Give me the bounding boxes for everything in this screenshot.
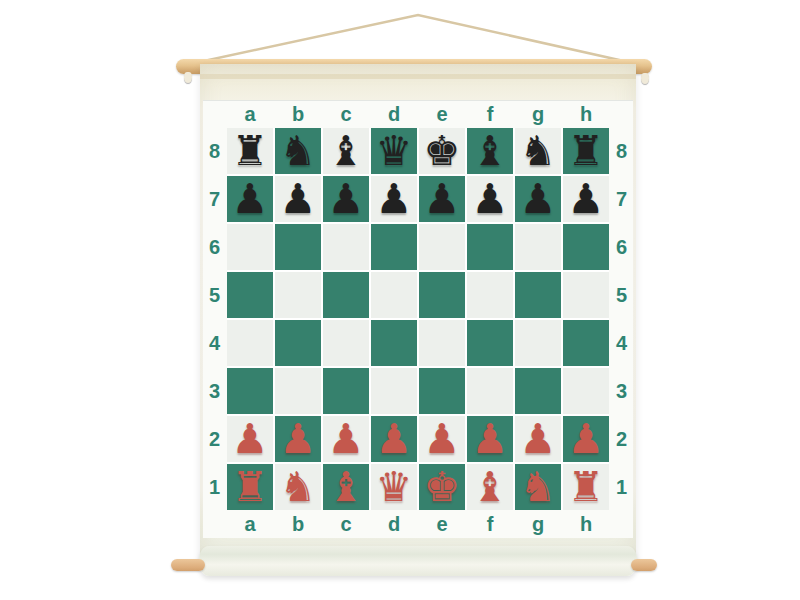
square-g3[interactable] — [515, 368, 561, 414]
square-c2[interactable]: ♟ — [323, 416, 369, 462]
file-label-f-top: f — [467, 101, 513, 127]
rank-label-1-right: 1 — [610, 464, 633, 510]
square-g4[interactable] — [515, 320, 561, 366]
square-a2[interactable]: ♟ — [227, 416, 273, 462]
piece-black-pawn-h7[interactable]: ♟ — [568, 176, 605, 222]
rank-label-2-left: 2 — [203, 416, 226, 462]
piece-black-pawn-a7[interactable]: ♟ — [232, 176, 269, 222]
square-d2[interactable]: ♟ — [371, 416, 417, 462]
banner-top-fold — [200, 74, 636, 79]
square-e2[interactable]: ♟ — [419, 416, 465, 462]
file-label-f-bottom: f — [467, 511, 513, 537]
square-b4[interactable] — [275, 320, 321, 366]
piece-red-pawn-f2[interactable]: ♟ — [472, 416, 509, 462]
file-label-h-top: h — [563, 101, 609, 127]
piece-black-knight-b8[interactable]: ♞ — [280, 128, 317, 174]
rank-label-6-right: 6 — [610, 224, 633, 270]
square-a4[interactable] — [227, 320, 273, 366]
square-a1[interactable]: ♜ — [227, 464, 273, 510]
file-label-a-bottom: a — [227, 511, 273, 537]
square-b3[interactable] — [275, 368, 321, 414]
square-g5[interactable] — [515, 272, 561, 318]
piece-black-rook-h8[interactable]: ♜ — [568, 128, 605, 174]
square-h7[interactable]: ♟ — [563, 176, 609, 222]
square-d7[interactable]: ♟ — [371, 176, 417, 222]
piece-red-pawn-h2[interactable]: ♟ — [568, 416, 605, 462]
square-h4[interactable] — [563, 320, 609, 366]
square-f4[interactable] — [467, 320, 513, 366]
rank-label-1-left: 1 — [203, 464, 226, 510]
square-a7[interactable]: ♟ — [227, 176, 273, 222]
square-f8[interactable]: ♝ — [467, 128, 513, 174]
square-c8[interactable]: ♝ — [323, 128, 369, 174]
rank-label-4-right: 4 — [610, 320, 633, 366]
square-g1[interactable]: ♞ — [515, 464, 561, 510]
square-h3[interactable] — [563, 368, 609, 414]
file-label-b-top: b — [275, 101, 321, 127]
piece-red-pawn-c2[interactable]: ♟ — [328, 416, 365, 462]
square-h2[interactable]: ♟ — [563, 416, 609, 462]
chess-board: ♜♞♝♛♚♝♞♜♟♟♟♟♟♟♟♟♟♟♟♟♟♟♟♟♜♞♝♛♚♝♞♜ — [227, 128, 609, 510]
rank-label-3-left: 3 — [203, 368, 226, 414]
file-label-b-bottom: b — [275, 511, 321, 537]
square-c1[interactable]: ♝ — [323, 464, 369, 510]
square-f1[interactable]: ♝ — [467, 464, 513, 510]
demonstration-chess-banner: abcdefgh 87654321 87654321 abcdefgh ♜♞♝♛… — [0, 0, 800, 600]
square-g2[interactable]: ♟ — [515, 416, 561, 462]
piece-black-rook-a8[interactable]: ♜ — [232, 128, 269, 174]
file-label-d-top: d — [371, 101, 417, 127]
piece-black-pawn-c7[interactable]: ♟ — [328, 176, 365, 222]
square-a3[interactable] — [227, 368, 273, 414]
square-b6[interactable] — [275, 224, 321, 270]
piece-red-pawn-b2[interactable]: ♟ — [280, 416, 317, 462]
rank-label-5-left: 5 — [203, 272, 226, 318]
square-h5[interactable] — [563, 272, 609, 318]
piece-red-pawn-d2[interactable]: ♟ — [376, 416, 413, 462]
piece-black-pawn-g7[interactable]: ♟ — [520, 176, 557, 222]
square-a8[interactable]: ♜ — [227, 128, 273, 174]
square-c3[interactable] — [323, 368, 369, 414]
file-label-g-top: g — [515, 101, 561, 127]
rank-label-4-left: 4 — [203, 320, 226, 366]
rank-labels-right: 87654321 — [610, 128, 633, 510]
piece-black-knight-g8[interactable]: ♞ — [520, 128, 557, 174]
file-label-g-bottom: g — [515, 511, 561, 537]
piece-red-king-e1[interactable]: ♚ — [424, 464, 461, 510]
rank-label-5-right: 5 — [610, 272, 633, 318]
file-label-a-top: a — [227, 101, 273, 127]
square-h1[interactable]: ♜ — [563, 464, 609, 510]
piece-red-bishop-c1[interactable]: ♝ — [328, 464, 365, 510]
square-e5[interactable] — [419, 272, 465, 318]
square-a6[interactable] — [227, 224, 273, 270]
piece-red-knight-g1[interactable]: ♞ — [520, 464, 557, 510]
piece-black-pawn-e7[interactable]: ♟ — [424, 176, 461, 222]
square-f3[interactable] — [467, 368, 513, 414]
square-f6[interactable] — [467, 224, 513, 270]
square-c7[interactable]: ♟ — [323, 176, 369, 222]
square-e3[interactable] — [419, 368, 465, 414]
square-a5[interactable] — [227, 272, 273, 318]
left-string-knob — [184, 72, 192, 83]
piece-red-queen-d1[interactable]: ♛ — [376, 464, 413, 510]
file-label-c-bottom: c — [323, 511, 369, 537]
square-d4[interactable] — [371, 320, 417, 366]
bottom-roll-pocket — [199, 546, 637, 576]
piece-black-pawn-d7[interactable]: ♟ — [376, 176, 413, 222]
square-d1[interactable]: ♛ — [371, 464, 417, 510]
piece-black-bishop-c8[interactable]: ♝ — [328, 128, 365, 174]
file-label-h-bottom: h — [563, 511, 609, 537]
square-h8[interactable]: ♜ — [563, 128, 609, 174]
square-c6[interactable] — [323, 224, 369, 270]
square-b5[interactable] — [275, 272, 321, 318]
piece-black-pawn-b7[interactable]: ♟ — [280, 176, 317, 222]
file-labels-top: abcdefgh — [227, 101, 609, 127]
rank-label-8-right: 8 — [610, 128, 633, 174]
square-f2[interactable]: ♟ — [467, 416, 513, 462]
piece-red-pawn-g2[interactable]: ♟ — [520, 416, 557, 462]
piece-black-king-e8[interactable]: ♚ — [424, 128, 461, 174]
file-label-c-top: c — [323, 101, 369, 127]
square-e7[interactable]: ♟ — [419, 176, 465, 222]
piece-red-pawn-e2[interactable]: ♟ — [424, 416, 461, 462]
square-e8[interactable]: ♚ — [419, 128, 465, 174]
square-b2[interactable]: ♟ — [275, 416, 321, 462]
rank-labels-left: 87654321 — [203, 128, 226, 510]
square-c4[interactable] — [323, 320, 369, 366]
square-b1[interactable]: ♞ — [275, 464, 321, 510]
square-g8[interactable]: ♞ — [515, 128, 561, 174]
piece-red-knight-b1[interactable]: ♞ — [280, 464, 317, 510]
bottom-dowel-right-end — [631, 559, 657, 571]
file-labels-bottom: abcdefgh — [227, 511, 609, 537]
square-e1[interactable]: ♚ — [419, 464, 465, 510]
piece-red-rook-h1[interactable]: ♜ — [568, 464, 605, 510]
file-label-e-top: e — [419, 101, 465, 127]
rank-label-3-right: 3 — [610, 368, 633, 414]
square-d8[interactable]: ♛ — [371, 128, 417, 174]
rank-label-6-left: 6 — [203, 224, 226, 270]
square-b8[interactable]: ♞ — [275, 128, 321, 174]
square-c5[interactable] — [323, 272, 369, 318]
file-label-d-bottom: d — [371, 511, 417, 537]
square-f7[interactable]: ♟ — [467, 176, 513, 222]
piece-red-rook-a1[interactable]: ♜ — [232, 464, 269, 510]
square-e4[interactable] — [419, 320, 465, 366]
square-g7[interactable]: ♟ — [515, 176, 561, 222]
square-f5[interactable] — [467, 272, 513, 318]
square-g6[interactable] — [515, 224, 561, 270]
piece-red-pawn-a2[interactable]: ♟ — [232, 416, 269, 462]
bottom-dowel-left-end — [171, 559, 205, 571]
rank-label-7-left: 7 — [203, 176, 226, 222]
piece-black-bishop-f8[interactable]: ♝ — [472, 128, 509, 174]
square-b7[interactable]: ♟ — [275, 176, 321, 222]
square-h6[interactable] — [563, 224, 609, 270]
piece-red-bishop-f1[interactable]: ♝ — [472, 464, 509, 510]
square-d6[interactable] — [371, 224, 417, 270]
square-d5[interactable] — [371, 272, 417, 318]
rank-label-7-right: 7 — [610, 176, 633, 222]
square-e6[interactable] — [419, 224, 465, 270]
piece-black-pawn-f7[interactable]: ♟ — [472, 176, 509, 222]
file-label-e-bottom: e — [419, 511, 465, 537]
right-string-knob — [641, 73, 649, 84]
rank-label-8-left: 8 — [203, 128, 226, 174]
rank-label-2-right: 2 — [610, 416, 633, 462]
square-d3[interactable] — [371, 368, 417, 414]
piece-black-queen-d8[interactable]: ♛ — [376, 128, 413, 174]
